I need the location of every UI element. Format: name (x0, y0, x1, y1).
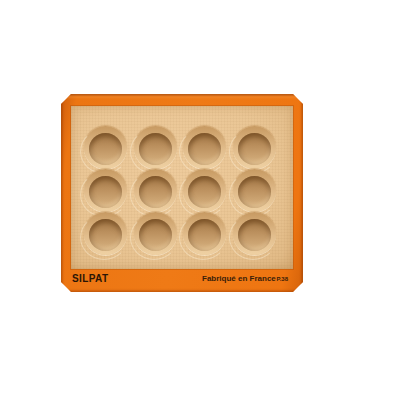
well (233, 126, 276, 169)
well-cell (180, 212, 230, 255)
well-cell (81, 212, 131, 255)
well-cell (180, 169, 230, 212)
well (134, 212, 177, 255)
silicone-surface (71, 106, 293, 269)
well-cell (230, 126, 280, 169)
well-cell (131, 212, 181, 255)
photo-backdrop: SILPAT Fabriqué en France P.38 (0, 0, 400, 400)
well (134, 126, 177, 169)
well-cell (81, 126, 131, 169)
well (233, 169, 276, 212)
well-cell (131, 126, 181, 169)
ref-label: P.38 (276, 276, 288, 282)
well (183, 212, 226, 255)
well-cell (81, 169, 131, 212)
wells-grid (81, 118, 283, 246)
well (134, 169, 177, 212)
origin-label: Fabriqué en France (202, 274, 276, 283)
well (183, 126, 226, 169)
well (84, 169, 127, 212)
well (183, 169, 226, 212)
baking-mat: SILPAT Fabriqué en France P.38 (61, 94, 303, 292)
well-cell (180, 126, 230, 169)
well (84, 126, 127, 169)
brand-label: SILPAT (72, 273, 108, 284)
well (84, 212, 127, 255)
well-cell (131, 169, 181, 212)
well-cell (230, 169, 280, 212)
well-cell (230, 212, 280, 255)
well (233, 212, 276, 255)
